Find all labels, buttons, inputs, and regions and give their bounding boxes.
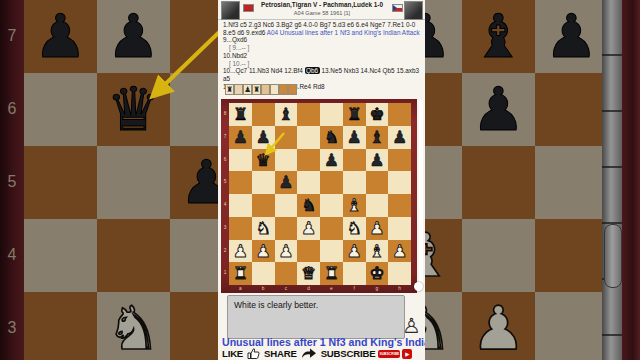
black-piece-b7[interactable]: ♟ [97,0,170,73]
bg-square-b5[interactable] [97,146,170,219]
youtube-icon[interactable]: ▶ [402,349,412,359]
mini-square-d1[interactable]: ♛ [297,262,320,285]
diagram-rank-labels: 87654321 [221,103,229,285]
mini-square-d2[interactable] [297,240,320,263]
mini-square-h1[interactable] [388,262,411,285]
mini-file-label-a: a [229,285,252,293]
black-piece-a7[interactable]: ♟ [24,0,97,73]
mini-square-e3[interactable] [320,217,343,240]
mini-square-e8[interactable] [320,103,343,126]
like-button[interactable]: LIKE [222,348,243,359]
white-piece-b3[interactable]: ♞ [97,292,170,360]
mini-square-d6[interactable] [297,149,320,172]
players-result: Petrosian,Tigran V - Pachman,Ludek 1-0 [254,1,390,8]
mini-square-f5[interactable] [343,171,366,194]
white-piece-g1[interactable]: ♚ [366,262,389,285]
black-piece-h7[interactable]: ♟ [535,0,608,73]
bg-square-h5[interactable] [535,146,608,219]
mini-square-a4[interactable] [229,194,252,217]
bg-square-h7[interactable]: ♟ [535,0,608,73]
evaluation-slider-thumb[interactable] [604,224,622,288]
black-piece-g7[interactable]: ♝ [462,0,535,73]
mini-square-h4[interactable] [388,194,411,217]
video-overlay: Petrosian,Tigran V - Pachman,Ludek 1-0 A… [218,0,425,360]
mini-square-f8[interactable]: ♜ [343,103,366,126]
diagram-file-labels: abcdefgh [229,285,411,293]
white-piece-d3[interactable]: ♟ [297,217,320,240]
opening-name: A04 Unusual lines after 1 Nf3 and King's… [267,29,420,36]
bg-square-g3[interactable]: ♟ [462,292,535,360]
mini-square-h6[interactable] [388,149,411,172]
black-player-portrait [404,1,423,20]
black-piece-e7[interactable]: ♞ [320,126,343,149]
mini-square-d5[interactable] [297,171,320,194]
black-piece-g6[interactable]: ♟ [462,73,535,146]
mini-square-e6[interactable]: ♟ [320,149,343,172]
subscribe-button[interactable]: SUBSCRIBE [321,348,376,359]
black-piece-b6[interactable]: ♛ [252,149,275,172]
black-piece-d4[interactable]: ♞ [297,194,320,217]
bg-square-a7[interactable]: ♟ [24,0,97,73]
annotation-text: White is clearly better. [234,300,318,310]
strip-cell-7[interactable] [279,84,288,95]
mini-square-a1[interactable]: ♜ [229,262,252,285]
white-piece-f3[interactable]: ♞ [343,217,366,240]
black-piece-a8[interactable]: ♜ [229,103,252,126]
game-info: A04 Game 58 1961 [1] [254,10,390,16]
evaluation-slider[interactable] [602,0,622,360]
mini-square-f6[interactable] [343,149,366,172]
current-move-highlight: Qb6 [305,67,320,74]
mini-file-label-b: b [252,285,275,293]
action-bar: LIKE SHARE SUBSCRIBE SUBSCRIBE ▶ [222,347,425,360]
bg-square-g5[interactable] [462,146,535,219]
mini-square-b3[interactable]: ♞ [252,217,275,240]
move-line[interactable]: 1.Nf3 c5 2.g3 Nc6 3.Bg2 g6 4.0-0 Bg7 5.d… [223,21,421,29]
thumbs-up-icon[interactable] [247,348,260,359]
piece-strip-toolbar[interactable]: ♜♟♜ [225,84,297,95]
move-line[interactable]: 10.Nbd2 [223,52,421,60]
annotation-box: White is clearly better. [227,295,405,339]
mini-square-b8[interactable] [252,103,275,126]
black-piece-c8[interactable]: ♝ [275,103,298,126]
mini-square-b2[interactable]: ♟ [252,240,275,263]
scrollbar[interactable] [419,100,423,290]
mini-rank-label-7: 7 [221,134,229,139]
diagram-chessboard[interactable]: ♜♝♜♚♟♟♞♟♝♟♛♟♟♟♞♝♞♟♞♟♟♟♟♟♝♟♜♛♜♚ [229,103,411,285]
mini-square-h3[interactable] [388,217,411,240]
mini-square-g4[interactable] [366,194,389,217]
black-piece-g6[interactable]: ♟ [366,149,389,172]
game-header: Petrosian,Tigran V - Pachman,Ludek 1-0 A… [218,0,425,20]
black-piece-b6[interactable]: ♛ [97,73,170,146]
move-line[interactable]: 10...Qc7 11.Nb3 Nd4 12.Bf4 Qb6 13.Ne5 Nx… [223,67,421,82]
mini-square-c1[interactable] [275,262,298,285]
black-piece-g7[interactable]: ♝ [366,126,389,149]
mini-square-f7[interactable]: ♟ [343,126,366,149]
black-piece-b7[interactable]: ♟ [252,126,275,149]
white-piece-a2[interactable]: ♟ [229,240,252,263]
move-line[interactable]: 8.e5 d6 9.exd6 A04 Unusual lines after 1… [223,29,421,37]
mini-square-e1[interactable]: ♜ [320,262,343,285]
mini-square-f1[interactable] [343,262,366,285]
bg-square-g7[interactable]: ♝ [462,0,535,73]
mini-square-e7[interactable]: ♞ [320,126,343,149]
mini-square-d7[interactable] [297,126,320,149]
mini-square-g1[interactable]: ♚ [366,262,389,285]
mini-square-b7[interactable]: ♟ [252,126,275,149]
mini-rank-label-1: 1 [221,270,229,275]
mini-square-c4[interactable] [275,194,298,217]
white-piece-a1[interactable]: ♜ [229,262,252,285]
white-piece-g2[interactable]: ♝ [366,240,389,263]
mini-square-e5[interactable] [320,171,343,194]
share-button[interactable]: SHARE [264,348,297,359]
mini-square-h8[interactable] [388,103,411,126]
mini-square-f3[interactable]: ♞ [343,217,366,240]
white-piece-f4[interactable]: ♝ [343,194,366,217]
bg-square-b6[interactable]: ♛ [97,73,170,146]
chess-piece-icon[interactable]: ♙ [402,314,421,338]
white-piece-h2[interactable]: ♟ [388,240,411,263]
strip-cell-2[interactable] [234,84,243,95]
subscribe-badge[interactable]: SUBSCRIBE [378,350,400,358]
mini-square-b6[interactable]: ♛ [252,149,275,172]
bg-square-a5[interactable] [24,146,97,219]
variation-line[interactable]: [ 10.-- ] [223,60,421,68]
mini-rank-label-4: 4 [221,202,229,207]
mini-square-c8[interactable]: ♝ [275,103,298,126]
screen: ♟♟♞♟♝♟♛♟♟♟♞♝♞♟♞♟ 76543 Petrosian,Tigran … [0,0,640,360]
bg-square-b4[interactable] [97,219,170,292]
black-piece-f7[interactable]: ♟ [343,126,366,149]
mini-file-label-h: h [388,285,411,293]
bg-rank-label-7: 7 [0,27,24,45]
mini-square-a2[interactable]: ♟ [229,240,252,263]
mini-square-f2[interactable]: ♟ [343,240,366,263]
scrollbar-thumb[interactable] [414,282,423,291]
black-piece-e6[interactable]: ♟ [320,149,343,172]
share-arrow-icon[interactable] [301,348,317,359]
bg-square-h3[interactable] [535,292,608,360]
strip-cell-5[interactable] [261,84,270,95]
black-piece-c5[interactable]: ♟ [275,171,298,194]
black-piece-h7[interactable]: ♟ [388,126,411,149]
mini-square-c2[interactable]: ♟ [275,240,298,263]
white-piece-b3[interactable]: ♞ [252,217,275,240]
white-piece-d1[interactable]: ♛ [297,262,320,285]
bg-square-a3[interactable] [24,292,97,360]
mini-square-c7[interactable] [275,126,298,149]
mini-square-g3[interactable]: ♟ [366,217,389,240]
mini-square-a8[interactable]: ♜ [229,103,252,126]
bg-square-g6[interactable]: ♟ [462,73,535,146]
mini-file-label-e: e [320,285,343,293]
mini-square-g2[interactable]: ♝ [366,240,389,263]
bg-square-a4[interactable] [24,219,97,292]
background-rank-labels: 76543 [0,0,24,360]
variation-line[interactable]: [ 9...-- ] [223,44,421,52]
mini-square-h2[interactable]: ♟ [388,240,411,263]
notation-panel[interactable]: 1.Nf3 c5 2.g3 Nc6 3.Bg2 g6 4.0-0 Bg7 5.d… [223,21,421,90]
mini-file-label-g: g [366,285,389,293]
bg-square-g4[interactable] [462,219,535,292]
mini-square-g5[interactable] [366,171,389,194]
mini-square-a3[interactable] [229,217,252,240]
strip-cell-1[interactable]: ♜ [225,84,234,95]
mini-square-d3[interactable]: ♟ [297,217,320,240]
mini-square-a6[interactable] [229,149,252,172]
mini-rank-label-8: 8 [221,111,229,116]
mini-file-label-c: c [275,285,298,293]
mini-square-d4[interactable]: ♞ [297,194,320,217]
mini-square-h5[interactable] [388,171,411,194]
move-line[interactable]: 9...Qxd6 [223,36,421,44]
black-piece-a7[interactable]: ♟ [229,126,252,149]
white-player-portrait [221,1,240,20]
strip-cell-3[interactable]: ♟ [243,84,252,95]
mini-file-label-f: f [343,285,366,293]
white-piece-c2[interactable]: ♟ [275,240,298,263]
bg-square-b7[interactable]: ♟ [97,0,170,73]
mini-square-d8[interactable] [297,103,320,126]
mini-square-a7[interactable]: ♟ [229,126,252,149]
bg-square-h4[interactable] [535,219,608,292]
mini-square-b5[interactable] [252,171,275,194]
mini-rank-label-5: 5 [221,179,229,184]
bg-square-h6[interactable] [535,73,608,146]
mini-square-g7[interactable]: ♝ [366,126,389,149]
mini-file-label-d: d [297,285,320,293]
white-piece-f2[interactable]: ♟ [343,240,366,263]
mini-square-f4[interactable]: ♝ [343,194,366,217]
diagram-board-frame: 87654321 ♜♝♜♚♟♟♞♟♝♟♛♟♟♟♞♝♞♟♞♟♟♟♟♟♝♟♜♛♜♚ … [221,99,417,293]
black-piece-f8[interactable]: ♜ [343,103,366,126]
mini-square-c3[interactable] [275,217,298,240]
mini-square-e4[interactable] [320,194,343,217]
board-frame-right [622,0,640,360]
mini-square-h7[interactable]: ♟ [388,126,411,149]
white-piece-b2[interactable]: ♟ [252,240,275,263]
mini-square-b1[interactable] [252,262,275,285]
mini-rank-label-6: 6 [221,157,229,162]
ussr-flag-icon [243,4,254,12]
mini-square-g6[interactable]: ♟ [366,149,389,172]
mini-rank-label-2: 2 [221,248,229,253]
mini-square-e2[interactable] [320,240,343,263]
black-piece-g8[interactable]: ♚ [366,103,389,126]
mini-square-c5[interactable]: ♟ [275,171,298,194]
mini-rank-label-3: 3 [221,225,229,230]
mini-square-g8[interactable]: ♚ [366,103,389,126]
bg-rank-label-3: 3 [0,319,24,337]
czech-flag-icon [392,4,403,12]
mini-square-c6[interactable] [275,149,298,172]
bg-rank-label-6: 6 [0,100,24,118]
bg-rank-label-5: 5 [0,173,24,191]
bg-rank-label-4: 4 [0,246,24,264]
white-piece-g3[interactable]: ♟ [462,292,535,360]
bg-square-b3[interactable]: ♞ [97,292,170,360]
strip-cell-6[interactable] [270,84,279,95]
white-piece-e1[interactable]: ♜ [320,262,343,285]
strip-cell-8[interactable] [288,84,297,95]
strip-cell-4[interactable]: ♜ [252,84,261,95]
mini-square-a5[interactable] [229,171,252,194]
white-piece-g3[interactable]: ♟ [366,217,389,240]
bg-square-a6[interactable] [24,73,97,146]
mini-square-b4[interactable] [252,194,275,217]
